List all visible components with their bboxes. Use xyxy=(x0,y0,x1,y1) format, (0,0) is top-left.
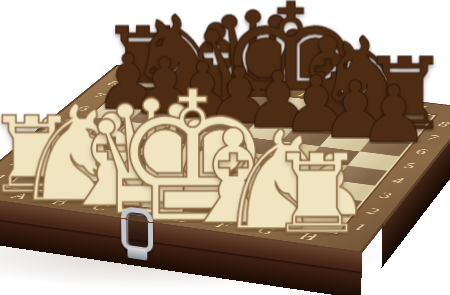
product-photo: ABCDEFGH ABCDEFGH 87654321 87654321 ♜♞♝♛… xyxy=(0,0,450,295)
file-label-a: A xyxy=(10,191,30,200)
rank-label-6: 6 xyxy=(414,147,429,155)
rank-label-4: 4 xyxy=(390,176,406,184)
rank-label-3: 3 xyxy=(378,191,394,200)
clasp-plate xyxy=(127,247,147,261)
metal-clasp xyxy=(119,205,155,261)
rank-label-5: 5 xyxy=(402,162,417,170)
file-label-g: G xyxy=(255,226,277,236)
piece-glyph: ♜ xyxy=(257,140,378,250)
chess-board: ABCDEFGH ABCDEFGH 87654321 87654321 ♜♞♝♛… xyxy=(0,66,450,252)
file-label-h: H xyxy=(298,232,320,242)
square-h1[interactable]: ♜ xyxy=(293,211,349,233)
square-h7[interactable]: ♟ xyxy=(372,124,423,142)
clasp-loop-icon xyxy=(121,206,153,254)
scene: ABCDEFGH ABCDEFGH 87654321 87654321 ♜♞♝♛… xyxy=(0,0,450,295)
file-label-e: E xyxy=(172,214,192,223)
file-label-f: F xyxy=(214,220,234,230)
